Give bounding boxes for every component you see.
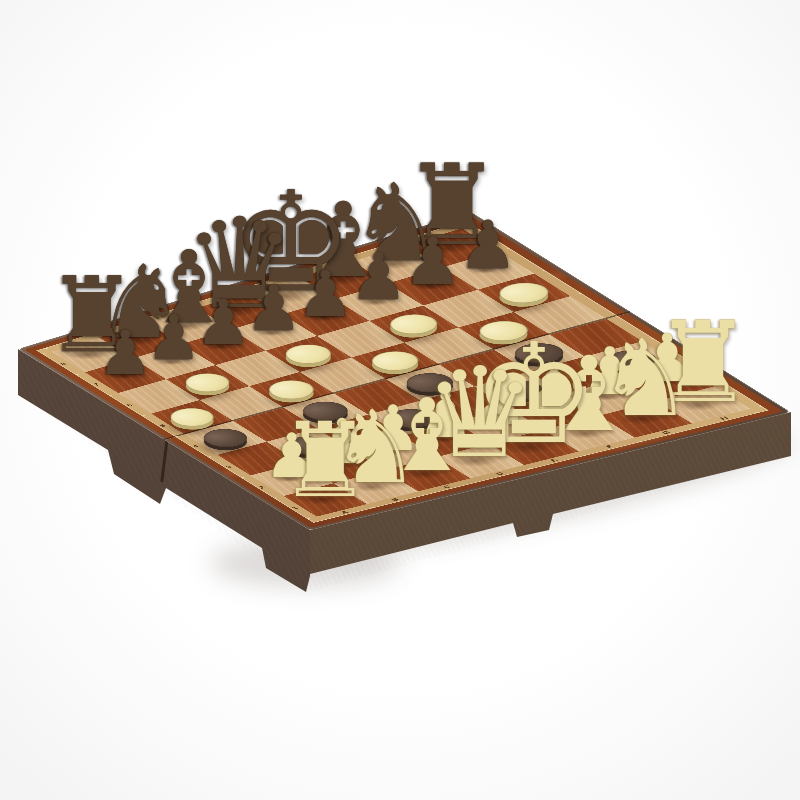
product-photo-chess-set: ABCDEFGH87654321 ♜♞♝♛♚♝♞♜♟♟♟♟♟♟♟♟♟♟♟♟♟♟♟… [0,0,800,800]
chess-board: ABCDEFGH87654321 [0,181,800,556]
